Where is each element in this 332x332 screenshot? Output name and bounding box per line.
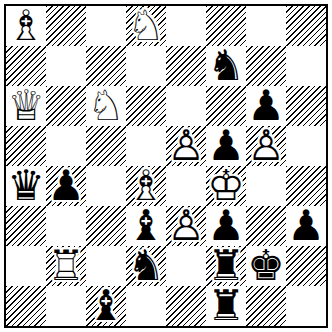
piece-black-knight: ♞ bbox=[126, 246, 166, 286]
square-d3[interactable]: ♝♝ bbox=[126, 206, 166, 246]
square-f4[interactable]: ♚♔ bbox=[206, 166, 246, 206]
square-a6[interactable]: ♛♕ bbox=[6, 86, 46, 126]
piece-black-pawn: ♟ bbox=[246, 86, 286, 126]
piece-halo: ♛ bbox=[6, 166, 46, 206]
piece-white-pawn: ♙ bbox=[166, 206, 206, 246]
square-g1[interactable] bbox=[246, 286, 286, 326]
square-c7[interactable] bbox=[86, 46, 126, 86]
square-h7[interactable] bbox=[286, 46, 326, 86]
piece-white-queen: ♕ bbox=[6, 86, 46, 126]
piece-black-pawn: ♟ bbox=[206, 206, 246, 246]
piece-halo: ♟ bbox=[246, 86, 286, 126]
square-d4[interactable]: ♝♗ bbox=[126, 166, 166, 206]
square-g4[interactable] bbox=[246, 166, 286, 206]
piece-black-pawn: ♟ bbox=[286, 206, 326, 246]
piece-halo: ♟ bbox=[46, 166, 86, 206]
piece-halo: ♟ bbox=[166, 206, 206, 246]
square-e2[interactable] bbox=[166, 246, 206, 286]
square-g8[interactable] bbox=[246, 6, 286, 46]
square-h1[interactable] bbox=[286, 286, 326, 326]
square-a3[interactable] bbox=[6, 206, 46, 246]
piece-halo: ♞ bbox=[206, 46, 246, 86]
square-h8[interactable] bbox=[286, 6, 326, 46]
piece-black-king: ♚ bbox=[246, 246, 286, 286]
chess-diagram-page: ♝♗♞♘♞♞♛♕♞♘♟♟♟♙♟♟♟♙♛♛♟♟♝♗♚♔♝♝♟♙♟♟♟♟♜♖♞♞♜♜… bbox=[0, 0, 332, 332]
square-a1[interactable] bbox=[6, 286, 46, 326]
square-b1[interactable] bbox=[46, 286, 86, 326]
square-a5[interactable] bbox=[6, 126, 46, 166]
piece-halo: ♞ bbox=[86, 86, 126, 126]
square-f1[interactable]: ♜♜ bbox=[206, 286, 246, 326]
piece-white-bishop: ♗ bbox=[6, 6, 46, 46]
square-b6[interactable] bbox=[46, 86, 86, 126]
piece-black-pawn: ♟ bbox=[46, 166, 86, 206]
piece-white-king: ♔ bbox=[206, 166, 246, 206]
piece-halo: ♜ bbox=[206, 246, 246, 286]
square-d1[interactable] bbox=[126, 286, 166, 326]
piece-white-rook: ♖ bbox=[46, 246, 86, 286]
piece-white-pawn: ♙ bbox=[246, 126, 286, 166]
piece-halo: ♟ bbox=[206, 206, 246, 246]
square-h3[interactable]: ♟♟ bbox=[286, 206, 326, 246]
piece-halo: ♝ bbox=[86, 286, 126, 326]
square-e4[interactable] bbox=[166, 166, 206, 206]
square-f8[interactable] bbox=[206, 6, 246, 46]
square-e6[interactable] bbox=[166, 86, 206, 126]
square-d8[interactable]: ♞♘ bbox=[126, 6, 166, 46]
square-a8[interactable]: ♝♗ bbox=[6, 6, 46, 46]
square-f6[interactable] bbox=[206, 86, 246, 126]
piece-white-knight: ♘ bbox=[86, 86, 126, 126]
piece-halo: ♛ bbox=[6, 86, 46, 126]
square-g2[interactable]: ♚♚ bbox=[246, 246, 286, 286]
square-f5[interactable]: ♟♟ bbox=[206, 126, 246, 166]
square-e1[interactable] bbox=[166, 286, 206, 326]
piece-halo: ♝ bbox=[6, 6, 46, 46]
square-c8[interactable] bbox=[86, 6, 126, 46]
piece-black-pawn: ♟ bbox=[206, 126, 246, 166]
piece-halo: ♚ bbox=[246, 246, 286, 286]
square-a7[interactable] bbox=[6, 46, 46, 86]
square-c6[interactable]: ♞♘ bbox=[86, 86, 126, 126]
square-f7[interactable]: ♞♞ bbox=[206, 46, 246, 86]
piece-halo: ♝ bbox=[126, 166, 166, 206]
square-e7[interactable] bbox=[166, 46, 206, 86]
square-b3[interactable] bbox=[46, 206, 86, 246]
square-e3[interactable]: ♟♙ bbox=[166, 206, 206, 246]
square-b4[interactable]: ♟♟ bbox=[46, 166, 86, 206]
piece-black-bishop: ♝ bbox=[126, 206, 166, 246]
chess-board: ♝♗♞♘♞♞♛♕♞♘♟♟♟♙♟♟♟♙♛♛♟♟♝♗♚♔♝♝♟♙♟♟♟♟♜♖♞♞♜♜… bbox=[6, 6, 326, 326]
square-f3[interactable]: ♟♟ bbox=[206, 206, 246, 246]
square-h5[interactable] bbox=[286, 126, 326, 166]
piece-black-queen: ♛ bbox=[6, 166, 46, 206]
piece-white-bishop: ♗ bbox=[126, 166, 166, 206]
piece-halo: ♜ bbox=[206, 286, 246, 326]
square-h6[interactable] bbox=[286, 86, 326, 126]
piece-halo: ♚ bbox=[206, 166, 246, 206]
square-g7[interactable] bbox=[246, 46, 286, 86]
square-d2[interactable]: ♞♞ bbox=[126, 246, 166, 286]
square-a4[interactable]: ♛♛ bbox=[6, 166, 46, 206]
piece-white-pawn: ♙ bbox=[166, 126, 206, 166]
square-b7[interactable] bbox=[46, 46, 86, 86]
square-b8[interactable] bbox=[46, 6, 86, 46]
square-g3[interactable] bbox=[246, 206, 286, 246]
square-c4[interactable] bbox=[86, 166, 126, 206]
square-b5[interactable] bbox=[46, 126, 86, 166]
piece-black-rook: ♜ bbox=[206, 286, 246, 326]
piece-halo: ♝ bbox=[126, 206, 166, 246]
square-c2[interactable] bbox=[86, 246, 126, 286]
square-b2[interactable]: ♜♖ bbox=[46, 246, 86, 286]
square-g5[interactable]: ♟♙ bbox=[246, 126, 286, 166]
square-h2[interactable] bbox=[286, 246, 326, 286]
square-f2[interactable]: ♜♜ bbox=[206, 246, 246, 286]
square-d6[interactable] bbox=[126, 86, 166, 126]
piece-halo: ♜ bbox=[46, 246, 86, 286]
piece-black-bishop: ♝ bbox=[86, 286, 126, 326]
square-h4[interactable] bbox=[286, 166, 326, 206]
square-d5[interactable] bbox=[126, 126, 166, 166]
square-c3[interactable] bbox=[86, 206, 126, 246]
piece-halo: ♞ bbox=[126, 6, 166, 46]
piece-white-knight: ♘ bbox=[126, 6, 166, 46]
piece-halo: ♟ bbox=[206, 126, 246, 166]
piece-halo: ♟ bbox=[166, 126, 206, 166]
piece-halo: ♟ bbox=[286, 206, 326, 246]
square-a2[interactable] bbox=[6, 246, 46, 286]
square-g6[interactable]: ♟♟ bbox=[246, 86, 286, 126]
piece-halo: ♞ bbox=[126, 246, 166, 286]
board-frame: ♝♗♞♘♞♞♛♕♞♘♟♟♟♙♟♟♟♙♛♛♟♟♝♗♚♔♝♝♟♙♟♟♟♟♜♖♞♞♜♜… bbox=[4, 4, 328, 328]
square-e5[interactable]: ♟♙ bbox=[166, 126, 206, 166]
square-e8[interactable] bbox=[166, 6, 206, 46]
piece-halo: ♟ bbox=[246, 126, 286, 166]
square-d7[interactable] bbox=[126, 46, 166, 86]
piece-black-rook: ♜ bbox=[206, 246, 246, 286]
square-c1[interactable]: ♝♝ bbox=[86, 286, 126, 326]
square-c5[interactable] bbox=[86, 126, 126, 166]
piece-black-knight: ♞ bbox=[206, 46, 246, 86]
